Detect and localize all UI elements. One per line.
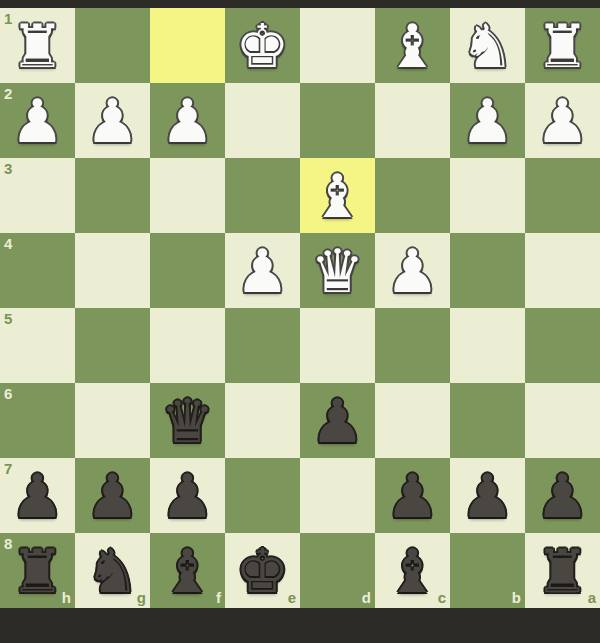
top-bar (0, 0, 600, 8)
rank-label-3: 3 (4, 161, 12, 176)
square-g7[interactable]: ♟ (75, 458, 150, 533)
square-d3[interactable]: ♝ (300, 158, 375, 233)
piece-white-pawn-c4[interactable]: ♟ (375, 233, 450, 308)
square-b4[interactable] (450, 233, 525, 308)
square-g3[interactable] (75, 158, 150, 233)
square-b5[interactable] (450, 308, 525, 383)
square-f8[interactable]: f♝ (150, 533, 225, 608)
piece-white-rook-a1[interactable]: ♜ (525, 8, 600, 83)
piece-white-pawn-b2[interactable]: ♟ (450, 83, 525, 158)
square-g5[interactable] (75, 308, 150, 383)
piece-white-pawn-e4[interactable]: ♟ (225, 233, 300, 308)
piece-black-queen-f6[interactable]: ♛ (150, 383, 225, 458)
square-b2[interactable]: ♟ (450, 83, 525, 158)
square-d8[interactable]: d (300, 533, 375, 608)
square-a8[interactable]: a♜ (525, 533, 600, 608)
file-label-b: b (512, 590, 521, 605)
piece-black-bishop-c8[interactable]: ♝ (375, 533, 450, 608)
piece-white-pawn-a2[interactable]: ♟ (525, 83, 600, 158)
square-e3[interactable] (225, 158, 300, 233)
square-e8[interactable]: e♚ (225, 533, 300, 608)
square-e5[interactable] (225, 308, 300, 383)
square-e6[interactable] (225, 383, 300, 458)
piece-white-pawn-g2[interactable]: ♟ (75, 83, 150, 158)
piece-black-pawn-f7[interactable]: ♟ (150, 458, 225, 533)
square-h5[interactable]: 5 (0, 308, 75, 383)
piece-black-king-e8[interactable]: ♚ (225, 533, 300, 608)
piece-black-pawn-c7[interactable]: ♟ (375, 458, 450, 533)
square-f3[interactable] (150, 158, 225, 233)
piece-white-bishop-c1[interactable]: ♝ (375, 8, 450, 83)
square-g4[interactable] (75, 233, 150, 308)
square-a6[interactable] (525, 383, 600, 458)
piece-white-bishop-d3[interactable]: ♝ (300, 158, 375, 233)
square-d7[interactable] (300, 458, 375, 533)
bottom-bar (0, 608, 600, 643)
piece-white-knight-b1[interactable]: ♞ (450, 8, 525, 83)
square-f4[interactable] (150, 233, 225, 308)
rank-label-4: 4 (4, 236, 12, 251)
square-a7[interactable]: ♟ (525, 458, 600, 533)
piece-black-rook-a8[interactable]: ♜ (525, 533, 600, 608)
file-label-d: d (362, 590, 371, 605)
piece-black-pawn-g7[interactable]: ♟ (75, 458, 150, 533)
square-h3[interactable]: 3 (0, 158, 75, 233)
square-c2[interactable] (375, 83, 450, 158)
square-a5[interactable] (525, 308, 600, 383)
square-e2[interactable] (225, 83, 300, 158)
square-d1[interactable] (300, 8, 375, 83)
square-h8[interactable]: 8h♜ (0, 533, 75, 608)
square-a2[interactable]: ♟ (525, 83, 600, 158)
piece-black-knight-g8[interactable]: ♞ (75, 533, 150, 608)
rank-label-5: 5 (4, 311, 12, 326)
square-d5[interactable] (300, 308, 375, 383)
piece-white-queen-d4[interactable]: ♛ (300, 233, 375, 308)
square-f2[interactable]: ♟ (150, 83, 225, 158)
square-c8[interactable]: c♝ (375, 533, 450, 608)
square-c4[interactable]: ♟ (375, 233, 450, 308)
square-b7[interactable]: ♟ (450, 458, 525, 533)
square-h7[interactable]: 7♟ (0, 458, 75, 533)
piece-white-pawn-f2[interactable]: ♟ (150, 83, 225, 158)
square-g1[interactable] (75, 8, 150, 83)
piece-black-pawn-h7[interactable]: ♟ (0, 458, 75, 533)
square-h2[interactable]: 2♟ (0, 83, 75, 158)
square-h4[interactable]: 4 (0, 233, 75, 308)
square-c7[interactable]: ♟ (375, 458, 450, 533)
piece-black-pawn-a7[interactable]: ♟ (525, 458, 600, 533)
piece-black-pawn-b7[interactable]: ♟ (450, 458, 525, 533)
square-h1[interactable]: 1♜ (0, 8, 75, 83)
square-g6[interactable] (75, 383, 150, 458)
square-d2[interactable] (300, 83, 375, 158)
piece-white-king-e1[interactable]: ♚ (225, 8, 300, 83)
square-f1[interactable] (150, 8, 225, 83)
square-e7[interactable] (225, 458, 300, 533)
square-b6[interactable] (450, 383, 525, 458)
square-f6[interactable]: ♛ (150, 383, 225, 458)
square-a4[interactable] (525, 233, 600, 308)
square-h6[interactable]: 6 (0, 383, 75, 458)
square-b1[interactable]: ♞ (450, 8, 525, 83)
square-e4[interactable]: ♟ (225, 233, 300, 308)
square-c3[interactable] (375, 158, 450, 233)
square-e1[interactable]: ♚ (225, 8, 300, 83)
square-d6[interactable]: ♟ (300, 383, 375, 458)
chess-app-window: 1♜♚♝♞♜2♟♟♟♟♟3♝4♟♛♟56♛♟7♟♟♟♟♟♟8h♜g♞f♝e♚dc… (0, 0, 600, 643)
square-g2[interactable]: ♟ (75, 83, 150, 158)
square-g8[interactable]: g♞ (75, 533, 150, 608)
square-c1[interactable]: ♝ (375, 8, 450, 83)
piece-black-bishop-f8[interactable]: ♝ (150, 533, 225, 608)
square-b3[interactable] (450, 158, 525, 233)
square-d4[interactable]: ♛ (300, 233, 375, 308)
piece-white-pawn-h2[interactable]: ♟ (0, 83, 75, 158)
square-f7[interactable]: ♟ (150, 458, 225, 533)
chess-board: 1♜♚♝♞♜2♟♟♟♟♟3♝4♟♛♟56♛♟7♟♟♟♟♟♟8h♜g♞f♝e♚dc… (0, 8, 600, 608)
square-f5[interactable] (150, 308, 225, 383)
square-a1[interactable]: ♜ (525, 8, 600, 83)
square-b8[interactable]: b (450, 533, 525, 608)
piece-white-rook-h1[interactable]: ♜ (0, 8, 75, 83)
square-c6[interactable] (375, 383, 450, 458)
piece-black-pawn-d6[interactable]: ♟ (300, 383, 375, 458)
piece-black-rook-h8[interactable]: ♜ (0, 533, 75, 608)
square-a3[interactable] (525, 158, 600, 233)
rank-label-6: 6 (4, 386, 12, 401)
square-c5[interactable] (375, 308, 450, 383)
